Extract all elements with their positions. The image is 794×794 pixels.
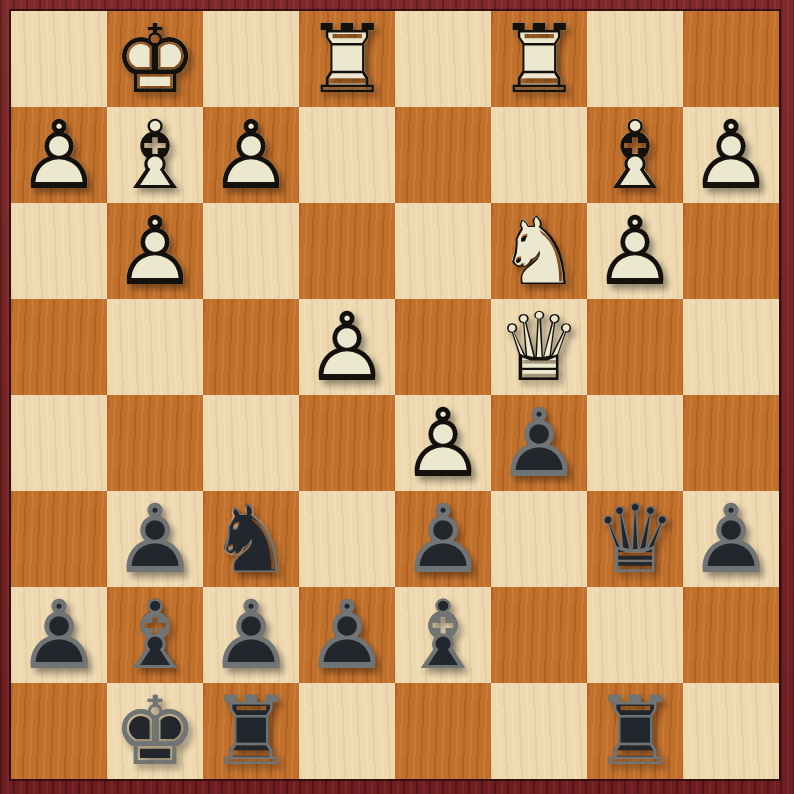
square-g8[interactable]: ♚♔ [107,683,203,779]
square-d7[interactable]: ♝♗ [395,587,491,683]
square-c8[interactable] [491,683,587,779]
square-b7[interactable] [587,587,683,683]
square-b2[interactable]: ♝♗ [587,107,683,203]
square-c4[interactable]: ♛♕ [491,299,587,395]
piece-black-pawn[interactable]: ♟♙ [299,587,395,683]
white-pawn-outline-icon: ♙ [11,107,107,203]
black-king-outline-icon: ♔ [107,683,203,779]
square-e3[interactable] [299,203,395,299]
board-frame: ♚♔♜♖♜♖♟♙♝♗♟♙♝♗♟♙♟♙♞♘♟♙♟♙♛♕♟♙♟♙♟♙♞♘♟♙♛♕♟♙… [0,0,794,794]
white-queen-outline-icon: ♕ [491,299,587,395]
square-d5[interactable]: ♟♙ [395,395,491,491]
piece-black-pawn[interactable]: ♟♙ [491,395,587,491]
piece-black-pawn[interactable]: ♟♙ [203,587,299,683]
piece-black-pawn[interactable]: ♟♙ [395,491,491,587]
black-rook-outline-icon: ♖ [587,683,683,779]
square-f5[interactable] [203,395,299,491]
square-f2[interactable]: ♟♙ [203,107,299,203]
white-pawn-outline-icon: ♙ [203,107,299,203]
piece-white-bishop[interactable]: ♝♗ [587,107,683,203]
square-c5[interactable]: ♟♙ [491,395,587,491]
square-f1[interactable] [203,11,299,107]
piece-white-bishop[interactable]: ♝♗ [107,107,203,203]
square-e7[interactable]: ♟♙ [299,587,395,683]
white-pawn-outline-icon: ♙ [299,299,395,395]
piece-white-pawn[interactable]: ♟♙ [203,107,299,203]
square-g5[interactable] [107,395,203,491]
square-g2[interactable]: ♝♗ [107,107,203,203]
piece-white-knight[interactable]: ♞♘ [491,203,587,299]
piece-white-pawn[interactable]: ♟♙ [299,299,395,395]
white-bishop-outline-icon: ♗ [107,107,203,203]
black-bishop-outline-icon: ♗ [395,587,491,683]
black-pawn-outline-icon: ♙ [683,491,779,587]
square-g1[interactable]: ♚♔ [107,11,203,107]
black-pawn-outline-icon: ♙ [491,395,587,491]
square-c7[interactable] [491,587,587,683]
square-a7[interactable] [683,587,779,683]
square-h8[interactable] [11,683,107,779]
piece-white-rook[interactable]: ♜♖ [491,11,587,107]
black-pawn-outline-icon: ♙ [395,491,491,587]
square-a1[interactable] [683,11,779,107]
square-a8[interactable] [683,683,779,779]
square-b3[interactable]: ♟♙ [587,203,683,299]
square-c3[interactable]: ♞♘ [491,203,587,299]
square-h7[interactable]: ♟♙ [11,587,107,683]
piece-white-king[interactable]: ♚♔ [107,11,203,107]
white-rook-outline-icon: ♖ [299,11,395,107]
piece-black-queen[interactable]: ♛♕ [587,491,683,587]
square-h2[interactable]: ♟♙ [11,107,107,203]
piece-black-pawn[interactable]: ♟♙ [107,491,203,587]
piece-black-rook[interactable]: ♜♖ [587,683,683,779]
black-bishop-outline-icon: ♗ [107,587,203,683]
square-b5[interactable] [587,395,683,491]
black-pawn-outline-icon: ♙ [299,587,395,683]
square-g4[interactable] [107,299,203,395]
piece-black-pawn[interactable]: ♟♙ [683,491,779,587]
piece-black-bishop[interactable]: ♝♗ [395,587,491,683]
black-pawn-outline-icon: ♙ [203,587,299,683]
piece-white-pawn[interactable]: ♟♙ [11,107,107,203]
square-a4[interactable] [683,299,779,395]
square-e2[interactable] [299,107,395,203]
square-h3[interactable] [11,203,107,299]
black-pawn-outline-icon: ♙ [107,491,203,587]
square-d8[interactable] [395,683,491,779]
square-e8[interactable] [299,683,395,779]
square-d3[interactable] [395,203,491,299]
chess-board: ♚♔♜♖♜♖♟♙♝♗♟♙♝♗♟♙♟♙♞♘♟♙♟♙♛♕♟♙♟♙♟♙♞♘♟♙♛♕♟♙… [11,11,779,779]
white-rook-outline-icon: ♖ [491,11,587,107]
piece-black-pawn[interactable]: ♟♙ [11,587,107,683]
square-g3[interactable]: ♟♙ [107,203,203,299]
square-a2[interactable]: ♟♙ [683,107,779,203]
square-c1[interactable]: ♜♖ [491,11,587,107]
piece-white-pawn[interactable]: ♟♙ [587,203,683,299]
white-knight-outline-icon: ♘ [491,203,587,299]
square-a6[interactable]: ♟♙ [683,491,779,587]
piece-black-rook[interactable]: ♜♖ [203,683,299,779]
piece-white-rook[interactable]: ♜♖ [299,11,395,107]
square-h5[interactable] [11,395,107,491]
piece-white-pawn[interactable]: ♟♙ [683,107,779,203]
black-pawn-outline-icon: ♙ [11,587,107,683]
black-queen-outline-icon: ♕ [587,491,683,587]
square-g6[interactable]: ♟♙ [107,491,203,587]
square-e5[interactable] [299,395,395,491]
square-a5[interactable] [683,395,779,491]
square-c6[interactable] [491,491,587,587]
square-b8[interactable]: ♜♖ [587,683,683,779]
square-f4[interactable] [203,299,299,395]
square-d4[interactable] [395,299,491,395]
square-d6[interactable]: ♟♙ [395,491,491,587]
square-b4[interactable] [587,299,683,395]
black-knight-outline-icon: ♘ [203,491,299,587]
square-f7[interactable]: ♟♙ [203,587,299,683]
square-a3[interactable] [683,203,779,299]
square-b6[interactable]: ♛♕ [587,491,683,587]
piece-black-king[interactable]: ♚♔ [107,683,203,779]
white-pawn-outline-icon: ♙ [395,395,491,491]
square-f6[interactable]: ♞♘ [203,491,299,587]
square-d1[interactable] [395,11,491,107]
square-c2[interactable] [491,107,587,203]
square-h1[interactable] [11,11,107,107]
square-b1[interactable] [587,11,683,107]
square-h6[interactable] [11,491,107,587]
white-king-outline-icon: ♔ [107,11,203,107]
square-e4[interactable]: ♟♙ [299,299,395,395]
white-pawn-outline-icon: ♙ [107,203,203,299]
piece-white-pawn[interactable]: ♟♙ [395,395,491,491]
square-g7[interactable]: ♝♗ [107,587,203,683]
black-rook-outline-icon: ♖ [203,683,299,779]
piece-black-bishop[interactable]: ♝♗ [107,587,203,683]
square-e6[interactable] [299,491,395,587]
square-e1[interactable]: ♜♖ [299,11,395,107]
square-f8[interactable]: ♜♖ [203,683,299,779]
square-f3[interactable] [203,203,299,299]
piece-white-pawn[interactable]: ♟♙ [107,203,203,299]
piece-black-knight[interactable]: ♞♘ [203,491,299,587]
square-h4[interactable] [11,299,107,395]
square-d2[interactable] [395,107,491,203]
white-pawn-outline-icon: ♙ [683,107,779,203]
white-bishop-outline-icon: ♗ [587,107,683,203]
piece-white-queen[interactable]: ♛♕ [491,299,587,395]
white-pawn-outline-icon: ♙ [587,203,683,299]
